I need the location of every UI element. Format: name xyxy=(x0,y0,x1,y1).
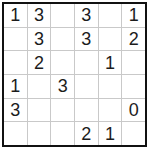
cell-r2c4[interactable]: 3 xyxy=(75,28,98,51)
cell-r4c2[interactable] xyxy=(28,75,51,98)
cell-r4c6[interactable] xyxy=(122,75,145,98)
cell-r6c1[interactable] xyxy=(4,122,27,145)
cell-r6c4[interactable]: 2 xyxy=(75,122,98,145)
cell-r3c1[interactable] xyxy=(4,51,27,74)
cell-r3c5[interactable]: 1 xyxy=(99,51,122,74)
cell-r6c3[interactable] xyxy=(51,122,74,145)
cell-r5c1[interactable]: 3 xyxy=(4,99,27,122)
cell-r1c2[interactable]: 3 xyxy=(28,4,51,27)
cell-r6c6[interactable] xyxy=(122,122,145,145)
cell-r5c2[interactable] xyxy=(28,99,51,122)
cell-r3c2[interactable]: 2 xyxy=(28,51,51,74)
cell-r2c2[interactable]: 3 xyxy=(28,28,51,51)
cell-r1c3[interactable] xyxy=(51,4,74,27)
cell-r5c5[interactable] xyxy=(99,99,122,122)
cell-r3c3[interactable] xyxy=(51,51,74,74)
page-background: { "game": "minesweeper-style number clue… xyxy=(0,0,150,150)
cell-r3c4[interactable] xyxy=(75,51,98,74)
cell-r2c6[interactable]: 2 xyxy=(122,28,145,51)
cell-r2c1[interactable] xyxy=(4,28,27,51)
cell-r3c6[interactable] xyxy=(122,51,145,74)
cell-r4c3[interactable]: 3 xyxy=(51,75,74,98)
cell-r2c3[interactable] xyxy=(51,28,74,51)
cell-r5c4[interactable] xyxy=(75,99,98,122)
cell-r6c2[interactable] xyxy=(28,122,51,145)
cell-r6c5[interactable]: 1 xyxy=(99,122,122,145)
cell-r5c6[interactable]: 0 xyxy=(122,99,145,122)
cell-r4c5[interactable] xyxy=(99,75,122,98)
cell-r4c1[interactable]: 1 xyxy=(4,75,27,98)
puzzle-board: 133133221133021 xyxy=(2,2,147,147)
cell-r1c4[interactable]: 3 xyxy=(75,4,98,27)
cell-r1c6[interactable]: 1 xyxy=(122,4,145,27)
cell-r1c1[interactable]: 1 xyxy=(4,4,27,27)
cell-r5c3[interactable] xyxy=(51,99,74,122)
cell-r2c5[interactable] xyxy=(99,28,122,51)
cell-r1c5[interactable] xyxy=(99,4,122,27)
cell-r4c4[interactable] xyxy=(75,75,98,98)
